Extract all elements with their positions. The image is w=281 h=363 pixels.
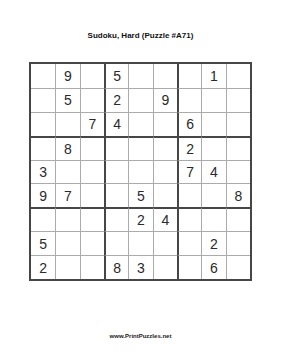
sudoku-cell [80,231,104,255]
sudoku-cell [128,136,152,160]
sudoku-cell: 4 [201,160,225,184]
sudoku-cell: 3 [128,255,152,279]
sudoku-cell [80,88,104,112]
sudoku-cell: 7 [177,160,201,184]
sudoku-cell [177,231,201,255]
sudoku-cell [201,112,225,136]
sudoku-cell: 8 [226,183,250,207]
sudoku-cell [80,64,104,88]
sudoku-cell [55,231,79,255]
sudoku-cell [226,88,250,112]
sudoku-cell [177,255,201,279]
sudoku-cell [226,255,250,279]
sudoku-cell [153,183,177,207]
sudoku-cell [104,231,128,255]
sudoku-cell [201,136,225,160]
sudoku-cell [177,207,201,231]
sudoku-cell: 5 [55,88,79,112]
sudoku-cell [104,136,128,160]
sudoku-cell: 2 [128,207,152,231]
sudoku-cell: 8 [55,136,79,160]
sudoku-cell: 4 [104,112,128,136]
sudoku-cell [153,64,177,88]
sudoku-cell: 2 [201,231,225,255]
sudoku-cell [80,207,104,231]
sudoku-cell [177,64,201,88]
sudoku-cell [128,112,152,136]
sudoku-cell [80,183,104,207]
sudoku-cell: 2 [104,88,128,112]
sudoku-cell: 5 [31,231,55,255]
sudoku-cell: 5 [104,64,128,88]
sudoku-cell: 9 [31,183,55,207]
sudoku-cell: 6 [201,255,225,279]
sudoku-cell: 3 [31,160,55,184]
sudoku-cell [80,160,104,184]
sudoku-cell: 2 [177,136,201,160]
sudoku-cell [226,160,250,184]
sudoku-cell [226,231,250,255]
sudoku-cell [153,136,177,160]
sudoku-cell [226,136,250,160]
sudoku-cell: 5 [128,183,152,207]
sudoku-cell [201,207,225,231]
sudoku-cell [55,160,79,184]
sudoku-cell [128,88,152,112]
sudoku-cell: 9 [153,88,177,112]
sudoku-cell [153,255,177,279]
sudoku-page: Sudoku, Hard (Puzzle #A71) 9515297468237… [0,0,281,363]
sudoku-cell: 4 [153,207,177,231]
sudoku-cell: 7 [80,112,104,136]
sudoku-cell [55,112,79,136]
sudoku-cell [31,136,55,160]
sudoku-cell: 2 [31,255,55,279]
sudoku-cell [104,160,128,184]
sudoku-cell [201,183,225,207]
sudoku-cell [177,183,201,207]
sudoku-cell [128,64,152,88]
puzzle-title: Sudoku, Hard (Puzzle #A71) [0,31,281,40]
sudoku-cell [153,160,177,184]
sudoku-cell [104,183,128,207]
sudoku-cell [31,207,55,231]
sudoku-cell [153,112,177,136]
sudoku-cell [55,207,79,231]
sudoku-cell [80,255,104,279]
sudoku-cell [80,136,104,160]
sudoku-cell [153,231,177,255]
sudoku-cell [128,231,152,255]
sudoku-cell [55,255,79,279]
sudoku-cell: 6 [177,112,201,136]
sudoku-cell: 8 [104,255,128,279]
sudoku-cell [31,112,55,136]
sudoku-cell [177,88,201,112]
sudoku-cell [226,64,250,88]
sudoku-cell [226,207,250,231]
sudoku-board: 95152974682374975824522836 [29,62,252,281]
sudoku-cell [31,64,55,88]
sudoku-cell [128,160,152,184]
sudoku-cell [104,207,128,231]
sudoku-cell: 1 [201,64,225,88]
sudoku-cell: 9 [55,64,79,88]
sudoku-cell [31,88,55,112]
sudoku-cell: 7 [55,183,79,207]
footer-url: www.PrintPuzzles.net [0,333,281,339]
sudoku-cell [201,88,225,112]
sudoku-cell [226,112,250,136]
